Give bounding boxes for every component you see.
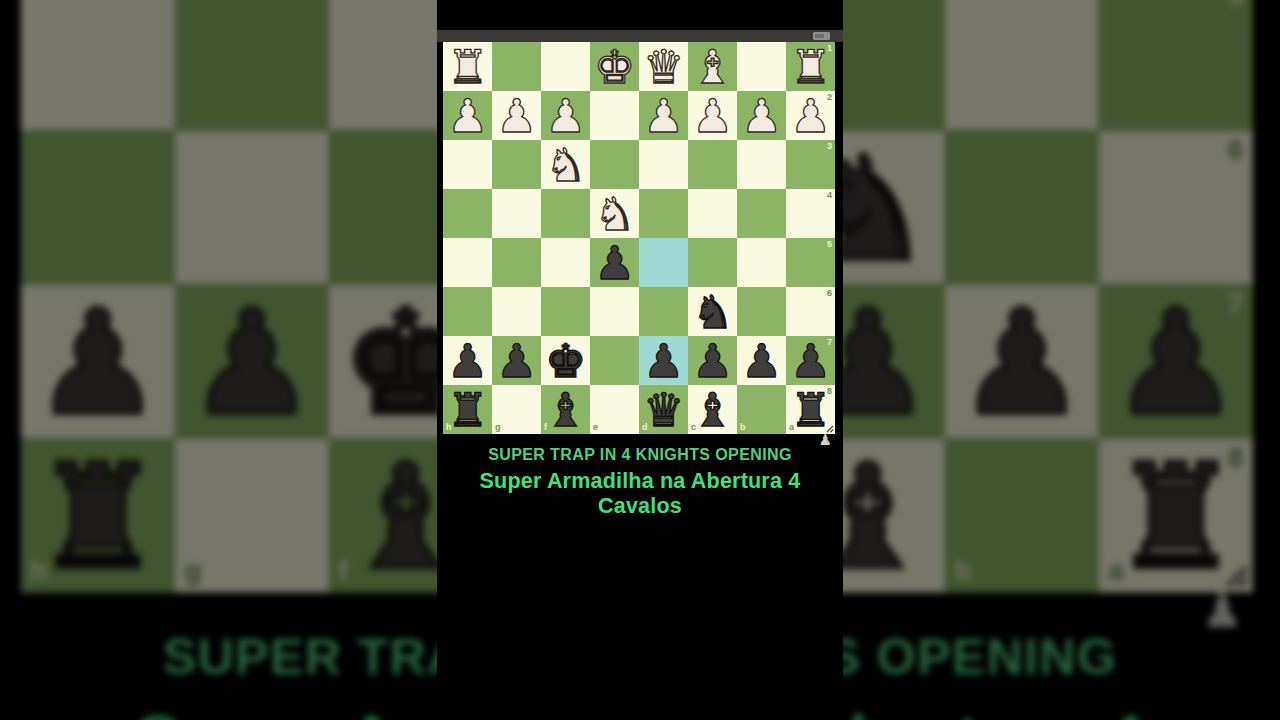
square-b4[interactable] [737,189,786,238]
square-g6[interactable] [492,287,541,336]
square-a1[interactable]: ♜1 [786,42,835,91]
square-h6[interactable] [443,287,492,336]
black-pawn: ♟ [447,338,488,384]
square-c8[interactable]: ♝c [688,385,737,434]
black-rook: ♜ [447,387,488,433]
cast-icon[interactable] [813,32,830,40]
square-b8[interactable]: b [737,385,786,434]
white-pawn: ♟ [545,93,586,139]
white-bishop: ♝ [692,44,733,90]
square-b1[interactable] [737,42,786,91]
square-e7[interactable] [590,336,639,385]
rank-label-7: 7 [827,338,832,347]
rank-label-3: 3 [827,142,832,151]
rank-label-5: 5 [827,240,832,249]
square-h4[interactable] [443,189,492,238]
square-c4[interactable] [688,189,737,238]
square-b5[interactable] [737,238,786,287]
video-title-portuguese: Super Armadilha na Abertura 4 Cavalos [437,469,843,519]
black-pawn: ♟ [594,240,635,286]
black-knight: ♞ [692,289,733,335]
square-g8[interactable]: g [492,385,541,434]
square-e1[interactable]: ♚ [590,42,639,91]
square-f1[interactable] [541,42,590,91]
rank-label-4: 4 [827,191,832,200]
white-pawn: ♟ [643,93,684,139]
square-g3[interactable] [492,140,541,189]
square-a5[interactable]: 5 [786,238,835,287]
square-f7[interactable]: ♚ [541,336,590,385]
square-c6[interactable]: ♞ [688,287,737,336]
black-pawn: ♟ [790,338,831,384]
file-label-h: h [446,423,452,432]
square-b3[interactable] [737,140,786,189]
chess-board: ♜♚♛♝♜1♟♟♟♟♟♟♟2♞3♞4♟5♞6♟♟♚♟♟♟♟7♜hg♝fe♛d♝c… [443,42,835,434]
white-rook: ♜ [447,44,488,90]
square-g7[interactable]: ♟ [492,336,541,385]
white-pawn: ♟ [447,93,488,139]
square-a6[interactable]: 6 [786,287,835,336]
square-e8[interactable]: e [590,385,639,434]
square-d3[interactable] [639,140,688,189]
white-pawn: ♟ [741,93,782,139]
square-d1[interactable]: ♛ [639,42,688,91]
white-pawn: ♟ [692,93,733,139]
white-knight: ♞ [545,142,586,188]
square-d2[interactable]: ♟ [639,91,688,140]
file-label-g: g [495,423,501,432]
square-f4[interactable] [541,189,590,238]
square-h5[interactable] [443,238,492,287]
file-label-a: a [789,423,794,432]
square-a8[interactable]: ♜8a [786,385,835,434]
white-rook: ♜ [790,44,831,90]
black-queen: ♛ [643,387,684,433]
square-c3[interactable] [688,140,737,189]
square-e3[interactable] [590,140,639,189]
square-g4[interactable] [492,189,541,238]
square-e5[interactable]: ♟ [590,238,639,287]
white-king: ♚ [594,44,635,90]
square-d6[interactable] [639,287,688,336]
square-g1[interactable] [492,42,541,91]
square-d7[interactable]: ♟ [639,336,688,385]
rank-label-1: 1 [827,44,832,53]
black-pawn: ♟ [741,338,782,384]
square-e2[interactable] [590,91,639,140]
square-c5[interactable] [688,238,737,287]
square-e6[interactable] [590,287,639,336]
video-title-english: SUPER TRAP IN 4 KNIGHTS OPENING [437,446,843,464]
square-f3[interactable]: ♞ [541,140,590,189]
black-king: ♚ [545,338,586,384]
rank-label-8: 8 [827,387,832,396]
square-b6[interactable] [737,287,786,336]
square-a4[interactable]: 4 [786,189,835,238]
square-a3[interactable]: 3 [786,140,835,189]
square-f2[interactable]: ♟ [541,91,590,140]
square-c1[interactable]: ♝ [688,42,737,91]
square-b2[interactable]: ♟ [737,91,786,140]
square-d8[interactable]: ♛d [639,385,688,434]
file-label-b: b [740,423,746,432]
square-a2[interactable]: ♟2 [786,91,835,140]
square-f6[interactable] [541,287,590,336]
white-queen: ♛ [643,44,684,90]
square-h8[interactable]: ♜h [443,385,492,434]
rank-label-2: 2 [827,93,832,102]
black-pawn: ♟ [496,338,537,384]
file-label-f: f [544,423,547,432]
square-c2[interactable]: ♟ [688,91,737,140]
square-h2[interactable]: ♟ [443,91,492,140]
black-bishop: ♝ [692,387,733,433]
file-label-c: c [691,423,696,432]
square-g2[interactable]: ♟ [492,91,541,140]
square-h7[interactable]: ♟ [443,336,492,385]
square-g5[interactable] [492,238,541,287]
square-b7[interactable]: ♟ [737,336,786,385]
black-pawn: ♟ [692,338,733,384]
square-f8[interactable]: ♝f [541,385,590,434]
square-h1[interactable]: ♜ [443,42,492,91]
square-h3[interactable] [443,140,492,189]
file-label-d: d [642,423,648,432]
black-bishop: ♝ [545,387,586,433]
square-c7[interactable]: ♟ [688,336,737,385]
white-pawn: ♟ [496,93,537,139]
white-pawn: ♟ [790,93,831,139]
black-pawn: ♟ [643,338,684,384]
white-knight: ♞ [594,191,635,237]
shorts-stage: ♜♚♛♝♜1♟♟♟♟♟♟♟2♞3♞4♟5♞6♟♟♚♟♟♟♟7♜hg♝fe♛d♝c… [0,0,1280,720]
square-a7[interactable]: ♟7 [786,336,835,385]
file-label-e: e [593,423,598,432]
square-e4[interactable]: ♞ [590,189,639,238]
rank-label-6: 6 [827,289,832,298]
square-d4[interactable] [639,189,688,238]
video-frame: ♜♚♛♝♜1♟♟♟♟♟♟♟2♞3♞4♟5♞6♟♟♚♟♟♟♟7♜hg♝fe♛d♝c… [437,0,843,720]
board-toolbar [437,30,843,42]
square-f5[interactable] [541,238,590,287]
square-d5[interactable] [639,238,688,287]
